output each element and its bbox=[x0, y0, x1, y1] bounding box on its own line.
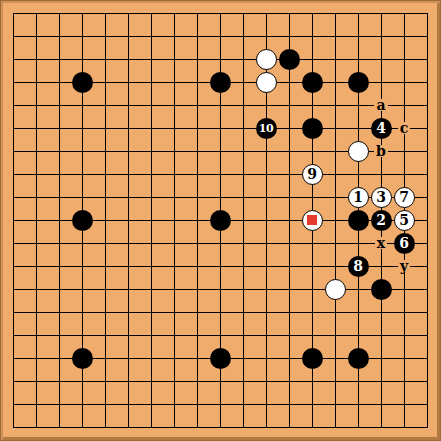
black-stone bbox=[348, 210, 369, 231]
move-number: 2 bbox=[376, 213, 386, 227]
white-stone-marked bbox=[302, 210, 323, 231]
red-square-marker bbox=[307, 215, 317, 225]
move-number: 10 bbox=[259, 123, 273, 134]
point-label-y: y bbox=[393, 255, 416, 278]
white-stone bbox=[256, 49, 277, 70]
stones-layer: 10491372568acbxy bbox=[2, 2, 439, 439]
move-number: 3 bbox=[376, 190, 386, 204]
black-stone bbox=[210, 348, 231, 369]
black-stone-move-2: 2 bbox=[371, 210, 392, 231]
white-stone bbox=[256, 72, 277, 93]
white-stone-move-5: 5 bbox=[394, 210, 415, 231]
move-number: 7 bbox=[399, 190, 409, 204]
black-stone bbox=[72, 210, 93, 231]
point-label-c: c bbox=[393, 117, 416, 140]
black-stone bbox=[348, 72, 369, 93]
black-stone bbox=[279, 49, 300, 70]
black-stone bbox=[72, 348, 93, 369]
white-stone-move-7: 7 bbox=[394, 187, 415, 208]
black-stone bbox=[210, 72, 231, 93]
black-stone bbox=[302, 118, 323, 139]
point-label-x: x bbox=[370, 232, 393, 255]
black-stone bbox=[302, 72, 323, 93]
white-stone-move-1: 1 bbox=[348, 187, 369, 208]
black-stone bbox=[302, 348, 323, 369]
move-number: 1 bbox=[353, 190, 363, 204]
move-number: 6 bbox=[399, 236, 409, 250]
black-stone-move-6: 6 bbox=[394, 233, 415, 254]
white-stone-move-3: 3 bbox=[371, 187, 392, 208]
point-label-b: b bbox=[370, 140, 393, 163]
go-board: 10491372568acbxy bbox=[0, 0, 441, 441]
black-stone bbox=[210, 210, 231, 231]
black-stone-move-10: 10 bbox=[256, 118, 277, 139]
black-stone-move-8: 8 bbox=[348, 256, 369, 277]
white-stone-move-9: 9 bbox=[302, 164, 323, 185]
move-number: 8 bbox=[353, 259, 363, 273]
move-number: 5 bbox=[399, 213, 409, 227]
move-number: 9 bbox=[307, 167, 317, 181]
point-label-a: a bbox=[370, 94, 393, 117]
black-stone-move-4: 4 bbox=[371, 118, 392, 139]
black-stone bbox=[371, 279, 392, 300]
white-stone bbox=[348, 141, 369, 162]
move-number: 4 bbox=[376, 121, 386, 135]
black-stone bbox=[72, 72, 93, 93]
black-stone bbox=[348, 348, 369, 369]
white-stone bbox=[325, 279, 346, 300]
